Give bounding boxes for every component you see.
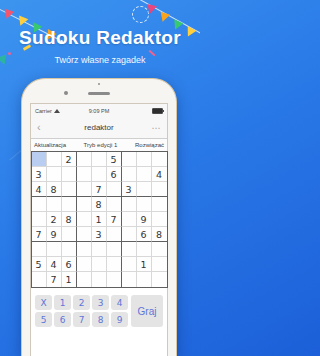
sudoku-cell-r2c1[interactable]: 8	[47, 182, 62, 197]
sudoku-cell-r7c2[interactable]: 6	[62, 257, 77, 272]
sudoku-cell-r5c3[interactable]	[77, 227, 92, 242]
sudoku-cell-r2c2[interactable]	[62, 182, 77, 197]
sudoku-cell-r5c2[interactable]	[62, 227, 77, 242]
keypad-key-3[interactable]: 3	[92, 295, 109, 310]
phone-screen: Carrier 9:09 PM ‹ redaktor ⋯ Aktualizacj…	[30, 103, 168, 356]
page-title: redaktor	[51, 123, 147, 132]
sudoku-cell-r0c7[interactable]	[137, 152, 152, 167]
wifi-icon	[54, 109, 60, 113]
clock-label: 9:09 PM	[78, 108, 121, 114]
keypad-keys: X123456789	[35, 295, 128, 327]
sudoku-cell-r1c3[interactable]	[77, 167, 92, 182]
phone-mockup: Carrier 9:09 PM ‹ redaktor ⋯ Aktualizacj…	[21, 78, 177, 356]
sudoku-cell-r4c3[interactable]	[77, 212, 92, 227]
sudoku-cell-r1c5[interactable]: 6	[107, 167, 122, 182]
app-subtitle: Twórz własne zagadek	[0, 55, 200, 65]
keypad-key-8[interactable]: 8	[92, 312, 109, 327]
sudoku-cell-r6c3[interactable]	[77, 242, 92, 257]
sudoku-cell-r0c8[interactable]	[152, 152, 167, 167]
editor-toolbar: Aktualizacja Tryb edycji 1 Rozwiązać	[31, 139, 167, 151]
sudoku-cell-r1c7[interactable]	[137, 167, 152, 182]
sudoku-cell-r4c1[interactable]: 2	[47, 212, 62, 227]
sudoku-cell-r3c3[interactable]	[77, 197, 92, 212]
sudoku-cell-r2c3[interactable]	[77, 182, 92, 197]
sudoku-cell-r0c2[interactable]: 2	[62, 152, 77, 167]
sudoku-cell-r4c5[interactable]: 7	[107, 212, 122, 227]
sudoku-cell-r4c0[interactable]	[32, 212, 47, 227]
sudoku-cell-r3c0[interactable]	[32, 197, 47, 212]
sudoku-cell-r2c6[interactable]: 3	[122, 182, 137, 197]
sudoku-cell-r1c4[interactable]	[92, 167, 107, 182]
sudoku-cell-r0c3[interactable]	[77, 152, 92, 167]
keypad-key-6[interactable]: 6	[54, 312, 71, 327]
edit-mode-label[interactable]: Tryb edycji 1	[84, 142, 118, 148]
sudoku-cell-r4c8[interactable]	[152, 212, 167, 227]
sudoku-cell-r3c5[interactable]	[107, 197, 122, 212]
sudoku-cell-r6c8[interactable]	[152, 242, 167, 257]
status-bar: Carrier 9:09 PM	[31, 104, 167, 117]
carrier-label: Carrier	[35, 108, 52, 114]
back-button[interactable]: ‹	[37, 122, 51, 133]
pennant-flag-icon	[158, 12, 170, 24]
sudoku-cell-r5c4[interactable]: 3	[92, 227, 107, 242]
pennant-flag-icon	[16, 15, 29, 27]
nav-bar: ‹ redaktor ⋯	[31, 117, 167, 139]
app-title: Sudoku Redaktor	[0, 27, 200, 49]
sudoku-cell-r8c5[interactable]	[107, 272, 122, 287]
sudoku-cell-r4c7[interactable]: 9	[137, 212, 152, 227]
sudoku-cell-r6c2[interactable]	[62, 242, 77, 257]
sudoku-cell-r7c8[interactable]	[152, 257, 167, 272]
sudoku-cell-r2c4[interactable]: 7	[92, 182, 107, 197]
earpiece-speaker-icon	[88, 92, 110, 95]
sudoku-cell-r3c8[interactable]	[152, 197, 167, 212]
sudoku-cell-r7c7[interactable]: 1	[137, 257, 152, 272]
sudoku-cell-r3c6[interactable]	[122, 197, 137, 212]
keypad-key-5[interactable]: 5	[35, 312, 52, 327]
sudoku-cell-r1c8[interactable]: 4	[152, 167, 167, 182]
sudoku-cell-r5c6[interactable]	[122, 227, 137, 242]
sudoku-cell-r4c6[interactable]	[122, 212, 137, 227]
sudoku-cell-r8c1[interactable]: 7	[47, 272, 62, 287]
battery-icon	[152, 108, 163, 114]
sudoku-cell-r0c0[interactable]	[32, 152, 47, 167]
sudoku-cell-r6c6[interactable]	[122, 242, 137, 257]
sudoku-cell-r2c5[interactable]	[107, 182, 122, 197]
sudoku-cell-r6c4[interactable]	[92, 242, 107, 257]
sudoku-cell-r3c4[interactable]: 8	[92, 197, 107, 212]
sudoku-cell-r1c0[interactable]: 3	[32, 167, 47, 182]
keypad-key-X[interactable]: X	[35, 295, 52, 310]
keypad-key-7[interactable]: 7	[73, 312, 90, 327]
pennant-flag-icon	[2, 9, 14, 21]
sudoku-cell-r2c7[interactable]	[137, 182, 152, 197]
front-camera-icon	[64, 91, 68, 95]
sudoku-cell-r2c0[interactable]: 4	[32, 182, 47, 197]
keypad-key-9[interactable]: 9	[111, 312, 128, 327]
play-button[interactable]: Graj	[131, 295, 163, 327]
sudoku-cell-r5c0[interactable]: 7	[32, 227, 47, 242]
keypad-key-4[interactable]: 4	[111, 295, 128, 310]
sudoku-cell-r0c5[interactable]: 5	[107, 152, 122, 167]
keypad: X123456789 Graj	[31, 288, 167, 327]
sudoku-cell-r8c2[interactable]: 1	[62, 272, 77, 287]
sudoku-cell-r7c0[interactable]: 5	[32, 257, 47, 272]
sudoku-cell-r3c1[interactable]	[47, 197, 62, 212]
sudoku-cell-r7c3[interactable]	[77, 257, 92, 272]
update-button[interactable]: Aktualizacja	[34, 142, 66, 148]
sudoku-cell-r4c2[interactable]: 8	[62, 212, 77, 227]
sensor-dot-icon	[98, 83, 100, 85]
sudoku-cell-r6c5[interactable]	[107, 242, 122, 257]
sudoku-cell-r1c2[interactable]	[62, 167, 77, 182]
sudoku-cell-r6c0[interactable]	[32, 242, 47, 257]
sudoku-cell-r3c2[interactable]	[62, 197, 77, 212]
sudoku-cell-r1c6[interactable]	[122, 167, 137, 182]
sudoku-cell-r5c7[interactable]: 6	[137, 227, 152, 242]
more-options-button[interactable]: ⋯	[147, 123, 161, 133]
sudoku-cell-r2c8[interactable]	[152, 182, 167, 197]
sudoku-cell-r7c5[interactable]	[107, 257, 122, 272]
sudoku-cell-r0c1[interactable]	[47, 152, 62, 167]
sudoku-cell-r8c7[interactable]	[137, 272, 152, 287]
sudoku-cell-r8c6[interactable]	[122, 272, 137, 287]
sudoku-cell-r7c4[interactable]	[92, 257, 107, 272]
promo-header: Sudoku Redaktor Twórz własne zagadek	[0, 27, 200, 65]
sudoku-cell-r8c4[interactable]	[92, 272, 107, 287]
sudoku-cell-r0c4[interactable]	[92, 152, 107, 167]
sudoku-cell-r8c8[interactable]	[152, 272, 167, 287]
keypad-key-1[interactable]: 1	[54, 295, 71, 310]
sudoku-cell-r8c0[interactable]	[32, 272, 47, 287]
sudoku-cell-r7c1[interactable]: 4	[47, 257, 62, 272]
sudoku-cell-r3c7[interactable]	[137, 197, 152, 212]
sudoku-cell-r5c8[interactable]: 8	[152, 227, 167, 242]
sudoku-cell-r1c1[interactable]	[47, 167, 62, 182]
sudoku-cell-r7c6[interactable]	[122, 257, 137, 272]
sudoku-cell-r4c4[interactable]: 1	[92, 212, 107, 227]
sudoku-cell-r6c1[interactable]	[47, 242, 62, 257]
sudoku-cell-r0c6[interactable]	[122, 152, 137, 167]
sudoku-cell-r5c5[interactable]	[107, 227, 122, 242]
keypad-key-2[interactable]: 2	[73, 295, 90, 310]
dashed-circle-decoration	[132, 6, 149, 23]
solve-button[interactable]: Rozwiązać	[135, 142, 164, 148]
sudoku-cell-r6c7[interactable]	[137, 242, 152, 257]
sudoku-grid: 25364487382817979368546171	[31, 151, 168, 288]
sudoku-cell-r8c3[interactable]	[77, 272, 92, 287]
sudoku-cell-r5c1[interactable]: 9	[47, 227, 62, 242]
